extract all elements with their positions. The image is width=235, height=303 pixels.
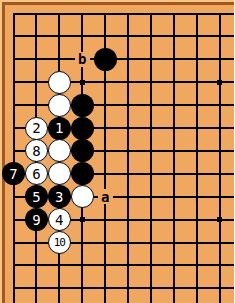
grid-line-horizontal [13,35,235,37]
point-label-b: b [75,52,90,67]
grid-line-horizontal [13,104,235,106]
grid-line-vertical [219,13,221,303]
stone-white [48,139,71,162]
stone-black [71,94,94,117]
grid-line-vertical [150,13,152,303]
stone-white-2: 2 [25,117,48,140]
stone-white [71,185,94,208]
stone-white-8: 8 [25,139,48,162]
grid-line-horizontal [13,264,235,266]
stone-black-3: 3 [48,185,71,208]
grid-line-horizontal [13,58,235,60]
grid-line-horizontal [13,81,235,83]
stone-black [94,48,117,71]
star-point [217,217,222,222]
stone-white-10: 10 [48,231,71,254]
board-edge-dark-top [2,2,234,5]
star-point [80,217,85,222]
stone-black-5: 5 [25,185,48,208]
stone-black [71,117,94,140]
grid-line-horizontal [13,242,235,244]
board-edge-dark-left [2,2,5,303]
star-point [80,80,85,85]
stone-black-7: 7 [2,162,25,185]
stone-white-4: 4 [48,208,71,231]
stone-black-9: 9 [25,208,48,231]
grid-line-horizontal [13,287,235,289]
grid-line-vertical [196,13,198,303]
stone-white [48,71,71,94]
grid-line-vertical [127,13,129,303]
go-board: ab21876539410 [0,0,234,303]
grid-line-vertical [173,13,175,303]
grid-line-vertical [13,13,15,303]
stone-black [71,139,94,162]
stone-white [48,94,71,117]
stone-black-1: 1 [48,117,71,140]
stone-white [48,162,71,185]
stone-black [71,162,94,185]
stone-white-6: 6 [25,162,48,185]
grid-line-horizontal [13,13,235,15]
point-label-a: a [98,189,113,204]
star-point [217,80,222,85]
